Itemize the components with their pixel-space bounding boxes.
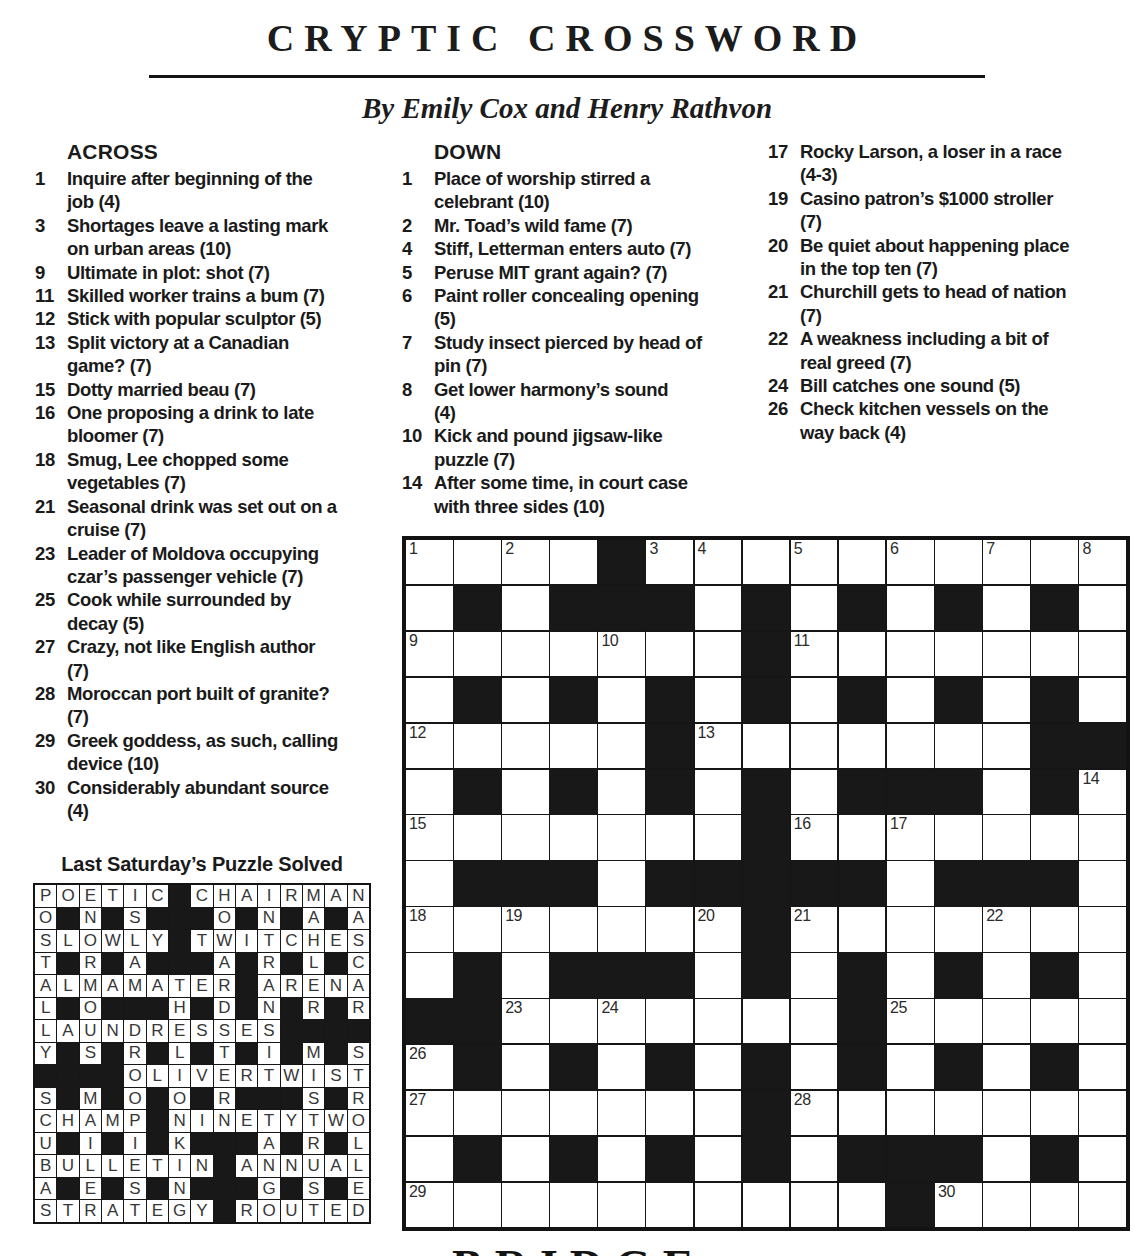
clue-number: 20 xyxy=(768,234,800,257)
cell-r5c12[interactable] xyxy=(935,724,982,768)
solved-cell-r12c13: R xyxy=(303,1133,324,1155)
cell-r12c9[interactable] xyxy=(791,1045,838,1089)
cell-number: 17 xyxy=(890,815,907,833)
cell-r8c1[interactable] xyxy=(406,861,453,905)
clue-number: 25 xyxy=(35,588,67,611)
solved-block-r11c6 xyxy=(147,1110,168,1132)
cell-r1c14[interactable] xyxy=(1031,540,1078,584)
block-r8c6 xyxy=(646,861,693,905)
solved-cell-r3c9: W xyxy=(214,930,235,952)
cell-r10c15[interactable] xyxy=(1079,953,1126,997)
solved-puzzle-title: Last Saturday’s Puzzle Solved xyxy=(33,853,371,876)
block-r8c9 xyxy=(791,861,838,905)
solved-cell-r11c13: T xyxy=(303,1110,324,1132)
solved-block-r14c14 xyxy=(325,1178,346,1200)
cell-r3c13[interactable] xyxy=(983,632,1030,676)
solved-cell-r1c13: M xyxy=(303,885,324,907)
clue-text: After some time, in court case with thre… xyxy=(434,471,754,518)
solved-cell-r12c15: L xyxy=(348,1133,369,1155)
solved-block-r2c8 xyxy=(191,908,212,930)
solved-cell-r13c15: L xyxy=(348,1155,369,1177)
cell-r9c9[interactable]: 21 xyxy=(791,907,838,951)
block-r13c8 xyxy=(743,1091,790,1135)
cell-r1c3[interactable]: 2 xyxy=(502,540,549,584)
solved-cell-r6c9: D xyxy=(214,998,235,1020)
clue-across-30: 30Considerably abundant source (4) xyxy=(35,776,383,823)
solved-block-r14c8 xyxy=(191,1178,212,1200)
clue-down-17: 17Rocky Larson, a loser in a race (4-3) xyxy=(768,140,1132,187)
cell-r9c5[interactable] xyxy=(598,907,645,951)
solved-cell-r15c6: E xyxy=(147,1200,168,1222)
solved-cell-r5c14: N xyxy=(325,975,346,997)
solved-cell-r13c10: A xyxy=(236,1155,257,1177)
cell-r9c14[interactable] xyxy=(1031,907,1078,951)
solved-cell-r7c10: E xyxy=(236,1020,257,1042)
cell-r4c13[interactable] xyxy=(983,678,1030,722)
cell-r13c11[interactable] xyxy=(887,1091,934,1135)
solved-cell-r7c4: N xyxy=(102,1020,123,1042)
cell-r10c7[interactable] xyxy=(695,953,742,997)
cell-r3c6[interactable] xyxy=(646,632,693,676)
cell-r3c9[interactable]: 11 xyxy=(791,632,838,676)
block-r7c8 xyxy=(743,815,790,859)
cell-r2c3[interactable] xyxy=(502,586,549,630)
cell-r14c7[interactable] xyxy=(695,1137,742,1181)
solved-cell-r10c15: R xyxy=(348,1088,369,1110)
block-r14c10 xyxy=(839,1137,886,1181)
solved-cell-r10c1: S xyxy=(35,1088,56,1110)
block-r14c2 xyxy=(454,1137,501,1181)
solved-cell-r1c9: H xyxy=(214,885,235,907)
cell-r3c3[interactable] xyxy=(502,632,549,676)
solved-cell-r6c7: H xyxy=(169,998,190,1020)
cell-r1c10[interactable] xyxy=(839,540,886,584)
solved-cell-r14c7: N xyxy=(169,1178,190,1200)
cell-r11c15[interactable] xyxy=(1079,999,1126,1043)
solved-block-r6c6 xyxy=(147,998,168,1020)
cell-r6c9[interactable] xyxy=(791,770,838,814)
cell-r15c12[interactable]: 30 xyxy=(935,1183,982,1227)
cell-r1c13[interactable]: 7 xyxy=(983,540,1030,584)
cell-r6c3[interactable] xyxy=(502,770,549,814)
cell-r11c9[interactable] xyxy=(791,999,838,1043)
next-section-heading-clipped: BRIDGE xyxy=(452,1240,705,1256)
cell-r5c2[interactable] xyxy=(454,724,501,768)
cell-r2c13[interactable] xyxy=(983,586,1030,630)
cell-r3c1[interactable]: 9 xyxy=(406,632,453,676)
cell-number: 29 xyxy=(409,1183,426,1201)
cell-r15c15[interactable] xyxy=(1079,1183,1126,1227)
cell-r9c1[interactable]: 18 xyxy=(406,907,453,951)
cell-r2c11[interactable] xyxy=(887,586,934,630)
cell-r8c5[interactable] xyxy=(598,861,645,905)
clue-number: 15 xyxy=(35,378,67,401)
block-r10c8 xyxy=(743,953,790,997)
cell-r3c15[interactable] xyxy=(1079,632,1126,676)
cell-r12c5[interactable] xyxy=(598,1045,645,1089)
cell-number: 18 xyxy=(409,907,426,925)
solved-cell-r1c14: A xyxy=(325,885,346,907)
solved-cell-r1c4: T xyxy=(102,885,123,907)
cell-r11c8[interactable] xyxy=(743,999,790,1043)
cell-r9c12[interactable] xyxy=(935,907,982,951)
cell-r1c9[interactable]: 5 xyxy=(791,540,838,584)
cell-r15c4[interactable] xyxy=(550,1183,597,1227)
clue-down-7: 7Study insect pierced by head of pin (7) xyxy=(402,331,754,378)
cell-r4c7[interactable] xyxy=(695,678,742,722)
solved-cell-r4c15: C xyxy=(348,953,369,975)
solved-cell-r15c7: G xyxy=(169,1200,190,1222)
solved-block-r2c14 xyxy=(325,908,346,930)
down-clues-column-1: DOWN 1Place of worship stirred a celebra… xyxy=(402,140,754,518)
cell-r1c12[interactable] xyxy=(935,540,982,584)
cell-r4c15[interactable] xyxy=(1079,678,1126,722)
byline: By Emily Cox and Henry Rathvon xyxy=(0,92,1134,125)
cell-r5c1[interactable]: 12 xyxy=(406,724,453,768)
cell-r9c11[interactable] xyxy=(887,907,934,951)
solved-cell-r4c9: A xyxy=(214,953,235,975)
cell-r1c4[interactable] xyxy=(550,540,597,584)
cell-r14c15[interactable] xyxy=(1079,1137,1126,1181)
solved-cell-r1c15: N xyxy=(348,885,369,907)
cell-r4c3[interactable] xyxy=(502,678,549,722)
cell-r3c11[interactable] xyxy=(887,632,934,676)
block-r8c4 xyxy=(550,861,597,905)
cell-r12c3[interactable] xyxy=(502,1045,549,1089)
clue-number: 11 xyxy=(35,284,67,307)
clue-across-15: 15Dotty married beau (7) xyxy=(35,378,383,401)
solved-cell-r8c9: T xyxy=(214,1043,235,1065)
cell-r14c13[interactable] xyxy=(983,1137,1030,1181)
title-divider xyxy=(149,75,985,78)
cell-number: 27 xyxy=(409,1091,426,1109)
cell-number: 24 xyxy=(601,999,618,1017)
clue-down-24: 24Bill catches one sound (5) xyxy=(768,374,1132,397)
cell-r13c10[interactable] xyxy=(839,1091,886,1135)
cell-r15c5[interactable] xyxy=(598,1183,645,1227)
cell-r11c6[interactable] xyxy=(646,999,693,1043)
cell-r6c1[interactable] xyxy=(406,770,453,814)
cell-r13c15[interactable] xyxy=(1079,1091,1126,1135)
cell-r9c7[interactable]: 20 xyxy=(695,907,742,951)
cell-r7c5[interactable] xyxy=(598,815,645,859)
cell-r5c11[interactable] xyxy=(887,724,934,768)
solved-cell-r5c11: A xyxy=(258,975,279,997)
cell-r6c13[interactable] xyxy=(983,770,1030,814)
cell-r5c5[interactable] xyxy=(598,724,645,768)
solved-cell-r12c3: I xyxy=(80,1133,101,1155)
solved-block-r2c6 xyxy=(147,908,168,930)
solved-cell-r15c5: T xyxy=(124,1200,145,1222)
clue-across-16: 16One proposing a drink to late bloomer … xyxy=(35,401,383,448)
solved-cell-r13c4: L xyxy=(102,1155,123,1177)
page-title: CRYPTIC CROSSWORD xyxy=(0,16,1134,60)
cell-r7c12[interactable] xyxy=(935,815,982,859)
clue-number: 21 xyxy=(35,495,67,518)
cell-r2c15[interactable] xyxy=(1079,586,1126,630)
cell-r7c11[interactable]: 17 xyxy=(887,815,934,859)
solved-block-r8c2 xyxy=(57,1043,78,1065)
block-r4c14 xyxy=(1031,678,1078,722)
block-r6c8 xyxy=(743,770,790,814)
cell-r7c4[interactable] xyxy=(550,815,597,859)
cell-r4c11[interactable] xyxy=(887,678,934,722)
clue-number: 4 xyxy=(402,237,434,260)
solved-block-r12c9 xyxy=(214,1133,235,1155)
clue-across-25: 25Cook while surrounded by decay (5) xyxy=(35,588,383,635)
block-r2c6 xyxy=(646,586,693,630)
solved-cell-r9c8: V xyxy=(191,1065,212,1087)
clue-number: 17 xyxy=(768,140,800,163)
cell-r9c10[interactable] xyxy=(839,907,886,951)
cell-r3c5[interactable]: 10 xyxy=(598,632,645,676)
cell-r7c6[interactable] xyxy=(646,815,693,859)
solved-cell-r2c3: N xyxy=(80,908,101,930)
cell-r9c13[interactable]: 22 xyxy=(983,907,1030,951)
cell-r11c14[interactable] xyxy=(1031,999,1078,1043)
cell-r4c1[interactable] xyxy=(406,678,453,722)
cell-r11c7[interactable] xyxy=(695,999,742,1043)
solved-cell-r13c7: I xyxy=(169,1155,190,1177)
cell-number: 14 xyxy=(1082,770,1099,788)
block-r12c8 xyxy=(743,1045,790,1089)
cell-r12c1[interactable]: 26 xyxy=(406,1045,453,1089)
cell-r7c2[interactable] xyxy=(454,815,501,859)
solved-cell-r6c13: R xyxy=(303,998,324,1020)
cell-r6c15[interactable]: 14 xyxy=(1079,770,1126,814)
clue-text: Be quiet about happening place in the to… xyxy=(800,234,1132,281)
solved-cell-r11c14: W xyxy=(325,1110,346,1132)
clue-text: Casino patron’s $1000 stroller (7) xyxy=(800,187,1132,234)
cell-r13c1[interactable]: 27 xyxy=(406,1091,453,1135)
cell-r9c15[interactable] xyxy=(1079,907,1126,951)
cell-r11c5[interactable]: 24 xyxy=(598,999,645,1043)
clue-down-4: 4Stiff, Letterman enters auto (7) xyxy=(402,237,754,260)
solved-cell-r1c12: R xyxy=(281,885,302,907)
cell-number: 11 xyxy=(794,632,810,650)
cell-r6c5[interactable] xyxy=(598,770,645,814)
cell-r10c13[interactable] xyxy=(983,953,1030,997)
cell-r15c8[interactable] xyxy=(743,1183,790,1227)
cell-r13c14[interactable] xyxy=(1031,1091,1078,1135)
cell-r10c9[interactable] xyxy=(791,953,838,997)
cell-r3c2[interactable] xyxy=(454,632,501,676)
cell-r13c5[interactable] xyxy=(598,1091,645,1135)
clue-number: 6 xyxy=(402,284,434,307)
cell-r5c4[interactable] xyxy=(550,724,597,768)
clue-text: Cook while surrounded by decay (5) xyxy=(67,588,383,635)
cell-r10c11[interactable] xyxy=(887,953,934,997)
cell-r8c11[interactable] xyxy=(887,861,934,905)
solved-cell-r11c9: N xyxy=(214,1110,235,1132)
cell-r15c10[interactable] xyxy=(839,1183,886,1227)
solved-cell-r13c3: L xyxy=(80,1155,101,1177)
block-r10c6 xyxy=(646,953,693,997)
cell-r7c9[interactable]: 16 xyxy=(791,815,838,859)
solved-cell-r1c5: I xyxy=(124,885,145,907)
cell-r12c15[interactable] xyxy=(1079,1045,1126,1089)
solved-cell-r7c8: S xyxy=(191,1020,212,1042)
solved-block-r12c14 xyxy=(325,1133,346,1155)
solved-cell-r14c15: E xyxy=(348,1178,369,1200)
solved-block-r4c8 xyxy=(191,953,212,975)
solved-cell-r1c10: A xyxy=(236,885,257,907)
cell-r10c3[interactable] xyxy=(502,953,549,997)
cell-r12c13[interactable] xyxy=(983,1045,1030,1089)
cell-r9c6[interactable] xyxy=(646,907,693,951)
cell-r11c11[interactable]: 25 xyxy=(887,999,934,1043)
cell-r7c1[interactable]: 15 xyxy=(406,815,453,859)
cell-r12c11[interactable] xyxy=(887,1045,934,1089)
solved-block-r2c12 xyxy=(281,908,302,930)
cell-r9c3[interactable]: 19 xyxy=(502,907,549,951)
cell-r13c12[interactable] xyxy=(935,1091,982,1135)
cell-r14c3[interactable] xyxy=(502,1137,549,1181)
cell-r5c3[interactable] xyxy=(502,724,549,768)
solved-block-r8c6 xyxy=(147,1043,168,1065)
cell-r13c3[interactable] xyxy=(502,1091,549,1135)
cell-r3c10[interactable] xyxy=(839,632,886,676)
cell-r10c1[interactable] xyxy=(406,953,453,997)
solved-cell-r5c13: E xyxy=(303,975,324,997)
block-r4c2 xyxy=(454,678,501,722)
cell-r14c1[interactable] xyxy=(406,1137,453,1181)
block-r8c12 xyxy=(935,861,982,905)
cell-r13c4[interactable] xyxy=(550,1091,597,1135)
solved-block-r13c9 xyxy=(214,1155,235,1177)
block-r8c14 xyxy=(1031,861,1078,905)
cell-r5c9[interactable] xyxy=(791,724,838,768)
cell-r15c14[interactable] xyxy=(1031,1183,1078,1227)
solved-cell-r2c9: O xyxy=(214,908,235,930)
solved-cell-r14c5: S xyxy=(124,1178,145,1200)
clue-across-21: 21Seasonal drink was set out on a cruise… xyxy=(35,495,383,542)
cell-r9c2[interactable] xyxy=(454,907,501,951)
cell-r1c8[interactable] xyxy=(743,540,790,584)
solved-cell-r5c2: L xyxy=(57,975,78,997)
cell-r3c12[interactable] xyxy=(935,632,982,676)
solved-cell-r6c1: L xyxy=(35,998,56,1020)
cell-r11c13[interactable] xyxy=(983,999,1030,1043)
cell-r5c7[interactable]: 13 xyxy=(695,724,742,768)
cell-r15c7[interactable] xyxy=(695,1183,742,1227)
cell-r2c7[interactable] xyxy=(695,586,742,630)
clue-text: Stiff, Letterman enters auto (7) xyxy=(434,237,754,260)
solved-block-r9c1 xyxy=(35,1065,56,1087)
block-r4c6 xyxy=(646,678,693,722)
block-r14c8 xyxy=(743,1137,790,1181)
clue-number: 29 xyxy=(35,729,67,752)
clue-text: Inquire after beginning of the job (4) xyxy=(67,167,383,214)
cell-r3c4[interactable] xyxy=(550,632,597,676)
solved-block-r4c7 xyxy=(169,953,190,975)
cell-r13c6[interactable] xyxy=(646,1091,693,1135)
cell-r1c7[interactable]: 4 xyxy=(695,540,742,584)
solved-block-r14c2 xyxy=(57,1178,78,1200)
clue-text: Bill catches one sound (5) xyxy=(800,374,1132,397)
solved-puzzle-grid: POETICCHAIRMANONSONAASLOWLYTWITCHESTRAAR… xyxy=(33,883,371,1224)
solved-cell-r14c13: S xyxy=(303,1178,324,1200)
cell-number: 30 xyxy=(938,1183,955,1201)
cell-r4c5[interactable] xyxy=(598,678,645,722)
cell-r15c3[interactable] xyxy=(502,1183,549,1227)
cell-r7c7[interactable] xyxy=(695,815,742,859)
clue-number: 23 xyxy=(35,542,67,565)
cell-r6c7[interactable] xyxy=(695,770,742,814)
cell-r15c1[interactable]: 29 xyxy=(406,1183,453,1227)
cell-r14c9[interactable] xyxy=(791,1137,838,1181)
solved-cell-r1c3: E xyxy=(80,885,101,907)
cell-r2c1[interactable] xyxy=(406,586,453,630)
cell-r9c4[interactable] xyxy=(550,907,597,951)
cell-r3c14[interactable] xyxy=(1031,632,1078,676)
cell-r13c2[interactable] xyxy=(454,1091,501,1135)
block-r11c10 xyxy=(839,999,886,1043)
cell-r13c7[interactable] xyxy=(695,1091,742,1135)
cell-r1c2[interactable] xyxy=(454,540,501,584)
solved-cell-r11c4: M xyxy=(102,1110,123,1132)
clue-down-20: 20Be quiet about happening place in the … xyxy=(768,234,1132,281)
solved-cell-r15c12: U xyxy=(281,1200,302,1222)
cell-r1c11[interactable]: 6 xyxy=(887,540,934,584)
cell-r5c10[interactable] xyxy=(839,724,886,768)
block-r6c14 xyxy=(1031,770,1078,814)
solved-cell-r12c11: A xyxy=(258,1133,279,1155)
cell-r11c12[interactable] xyxy=(935,999,982,1043)
block-r10c14 xyxy=(1031,953,1078,997)
solved-cell-r13c13: U xyxy=(303,1155,324,1177)
cell-r7c10[interactable] xyxy=(839,815,886,859)
cell-r1c15[interactable]: 8 xyxy=(1079,540,1126,584)
cell-r13c13[interactable] xyxy=(983,1091,1030,1135)
solved-cell-r15c1: S xyxy=(35,1200,56,1222)
cell-r15c2[interactable] xyxy=(454,1183,501,1227)
cell-r1c1[interactable]: 1 xyxy=(406,540,453,584)
cell-r15c9[interactable] xyxy=(791,1183,838,1227)
cell-r3c7[interactable] xyxy=(695,632,742,676)
cell-number: 21 xyxy=(794,907,811,925)
solved-cell-r11c12: Y xyxy=(281,1110,302,1132)
solved-cell-r9c9: E xyxy=(214,1065,235,1087)
cell-r13c9[interactable]: 28 xyxy=(791,1091,838,1135)
cell-r7c3[interactable] xyxy=(502,815,549,859)
clue-number: 21 xyxy=(768,280,800,303)
cell-r11c3[interactable]: 23 xyxy=(502,999,549,1043)
solved-cell-r8c13: M xyxy=(303,1043,324,1065)
solved-cell-r11c15: O xyxy=(348,1110,369,1132)
cell-r7c15[interactable] xyxy=(1079,815,1126,859)
cell-r14c5[interactable] xyxy=(598,1137,645,1181)
clue-number: 7 xyxy=(402,331,434,354)
cell-r5c8[interactable] xyxy=(743,724,790,768)
cell-r2c9[interactable] xyxy=(791,586,838,630)
cell-r1c6[interactable]: 3 xyxy=(646,540,693,584)
clue-down-1: 1Place of worship stirred a celebrant (1… xyxy=(402,167,754,214)
clue-number: 9 xyxy=(35,261,67,284)
cell-r4c9[interactable] xyxy=(791,678,838,722)
cell-r11c4[interactable] xyxy=(550,999,597,1043)
clue-text: Moroccan port built of granite? (7) xyxy=(67,682,383,729)
cell-r12c7[interactable] xyxy=(695,1045,742,1089)
cell-r15c13[interactable] xyxy=(983,1183,1030,1227)
cell-r5c13[interactable] xyxy=(983,724,1030,768)
cell-r8c15[interactable] xyxy=(1079,861,1126,905)
block-r6c10 xyxy=(839,770,886,814)
clue-number: 14 xyxy=(402,471,434,494)
cell-r7c13[interactable] xyxy=(983,815,1030,859)
cell-r7c14[interactable] xyxy=(1031,815,1078,859)
cell-r15c6[interactable] xyxy=(646,1183,693,1227)
